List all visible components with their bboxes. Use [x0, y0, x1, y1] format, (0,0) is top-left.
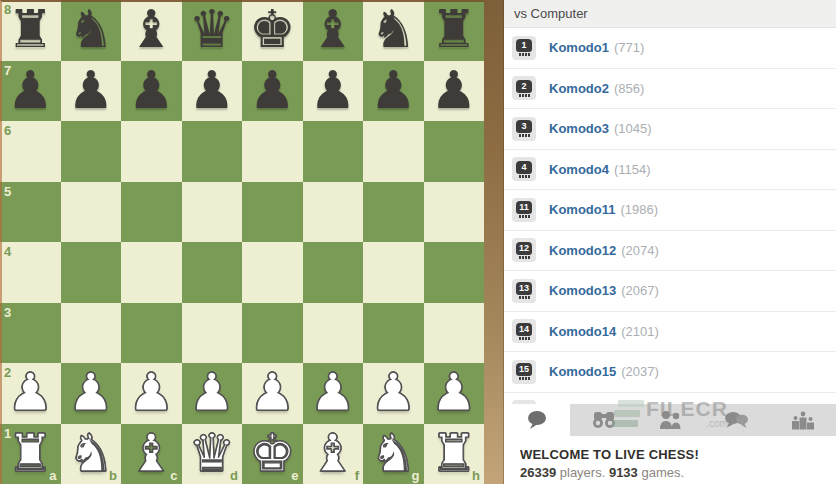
square-g4[interactable] [363, 242, 424, 303]
engine-chip-icon: 11 [512, 198, 536, 222]
square-b1[interactable]: b♞ [61, 424, 122, 484]
square-h6[interactable] [424, 121, 485, 182]
square-a5[interactable]: 5 [0, 182, 61, 243]
panel-title: vs Computer [514, 6, 588, 21]
white-pawn-g2: ♟ [370, 366, 417, 418]
black-rook-a8: ♜ [7, 3, 54, 55]
white-bishop-c1: ♝ [128, 427, 175, 479]
vs-computer-panel: vs Computer 1Komodo1(771)2Komodo2(856)3K… [504, 0, 836, 484]
square-a3[interactable]: 3 [0, 303, 61, 364]
engine-rating: (2067) [621, 283, 659, 298]
square-c2[interactable]: ♟ [121, 363, 182, 424]
rank-label-5: 5 [4, 185, 11, 198]
welcome-message: WELCOME TO LIVE CHESS! 26339 players. 91… [504, 436, 836, 480]
white-pawn-a2: ♟ [7, 366, 54, 418]
square-a2[interactable]: 2♟ [0, 363, 61, 424]
chess-board-area: 8♜♞♝♛♚♝♞♜7♟♟♟♟♟♟♟♟65432♟♟♟♟♟♟♟♟1a♜b♞c♝d♛… [0, 0, 484, 484]
black-pawn-a7: ♟ [7, 64, 54, 116]
white-rook-h1: ♜ [430, 427, 477, 479]
engine-row-Komodo3[interactable]: 3Komodo3(1045) [504, 109, 836, 150]
square-f7[interactable]: ♟ [303, 61, 364, 122]
black-pawn-h7: ♟ [430, 64, 477, 116]
black-king-e8: ♚ [249, 3, 296, 55]
black-knight-g8: ♞ [370, 3, 417, 55]
square-h4[interactable] [424, 242, 485, 303]
square-a7[interactable]: 7♟ [0, 61, 61, 122]
square-g8[interactable]: ♞ [363, 0, 424, 61]
rank-label-3: 3 [4, 306, 11, 319]
square-d3[interactable] [182, 303, 243, 364]
binoculars-icon [591, 410, 617, 430]
engine-name[interactable]: Komodo15 [549, 364, 616, 379]
square-c1[interactable]: c♝ [121, 424, 182, 484]
square-b4[interactable] [61, 242, 122, 303]
square-f6[interactable] [303, 121, 364, 182]
engine-row-Komodo2[interactable]: 2Komodo2(856) [504, 69, 836, 110]
square-a6[interactable]: 6 [0, 121, 61, 182]
engine-chip-icon: 13 [512, 279, 536, 303]
square-h8[interactable]: ♜ [424, 0, 485, 61]
square-c7[interactable]: ♟ [121, 61, 182, 122]
white-rook-a1: ♜ [7, 427, 54, 479]
black-queen-d8: ♛ [188, 3, 235, 55]
square-d8[interactable]: ♛ [182, 0, 243, 61]
square-h3[interactable] [424, 303, 485, 364]
square-e4[interactable] [242, 242, 303, 303]
black-pawn-b7: ♟ [67, 64, 114, 116]
chat-multi-icon [723, 410, 749, 430]
square-g6[interactable] [363, 121, 424, 182]
white-pawn-c2: ♟ [128, 366, 175, 418]
engine-row-Komodo13[interactable]: 13Komodo13(2067) [504, 271, 836, 312]
engine-row-Komodo14[interactable]: 14Komodo14(2101) [504, 312, 836, 353]
engine-name[interactable]: Komodo13 [549, 283, 616, 298]
black-pawn-c7: ♟ [128, 64, 175, 116]
square-a4[interactable]: 4 [0, 242, 61, 303]
square-c8[interactable]: ♝ [121, 0, 182, 61]
engine-rating: (1045) [614, 121, 652, 136]
square-h7[interactable]: ♟ [424, 61, 485, 122]
panel-header: vs Computer [504, 0, 836, 28]
black-bishop-f8: ♝ [309, 3, 356, 55]
tab-players[interactable] [637, 404, 703, 436]
square-f3[interactable] [303, 303, 364, 364]
tab-bar [504, 404, 836, 436]
black-bishop-c8: ♝ [128, 3, 175, 55]
square-f8[interactable]: ♝ [303, 0, 364, 61]
rank-label-4: 4 [4, 245, 11, 258]
white-pawn-e2: ♟ [249, 366, 296, 418]
engine-rating: (771) [614, 40, 644, 55]
engine-row-Komodo12[interactable]: 12Komodo12(2074) [504, 231, 836, 272]
engine-chip-icon: 3 [512, 117, 536, 141]
engine-rating: (856) [614, 81, 644, 96]
black-knight-b8: ♞ [67, 3, 114, 55]
square-d7[interactable]: ♟ [182, 61, 243, 122]
square-d1[interactable]: d♛ [182, 424, 243, 484]
square-e6[interactable] [242, 121, 303, 182]
engine-name[interactable]: Komodo11 [549, 202, 615, 217]
black-pawn-d7: ♟ [188, 64, 235, 116]
tab-chat[interactable] [504, 404, 570, 436]
square-e3[interactable] [242, 303, 303, 364]
square-c6[interactable] [121, 121, 182, 182]
rank-label-6: 6 [4, 124, 11, 137]
square-g1[interactable]: g♞ [363, 424, 424, 484]
welcome-stats: 26339 players. 9133 games. [520, 465, 836, 480]
square-b6[interactable] [61, 121, 122, 182]
white-bishop-f1: ♝ [309, 427, 356, 479]
players-icon [657, 410, 683, 430]
engine-chip-icon: 1 [512, 36, 536, 60]
square-b2[interactable]: ♟ [61, 363, 122, 424]
square-f5[interactable] [303, 182, 364, 243]
white-pawn-b2: ♟ [67, 366, 114, 418]
engine-rating: (2037) [621, 364, 659, 379]
square-h5[interactable] [424, 182, 485, 243]
square-c3[interactable] [121, 303, 182, 364]
chat-bubble-icon [525, 409, 549, 431]
square-d5[interactable] [182, 182, 243, 243]
players-count: 26339 [520, 465, 556, 480]
engine-row-Komodo1[interactable]: 1Komodo1(771) [504, 28, 836, 69]
tab-chats[interactable] [703, 404, 769, 436]
square-g2[interactable]: ♟ [363, 363, 424, 424]
square-b8[interactable]: ♞ [61, 0, 122, 61]
black-pawn-f7: ♟ [309, 64, 356, 116]
wood-divider [484, 0, 504, 484]
square-h1[interactable]: h♜ [424, 424, 485, 484]
engine-name[interactable]: Komodo2 [549, 81, 609, 96]
engine-name[interactable]: Komodo12 [549, 243, 616, 258]
square-f1[interactable]: f♝ [303, 424, 364, 484]
square-e8[interactable]: ♚ [242, 0, 303, 61]
square-f2[interactable]: ♟ [303, 363, 364, 424]
square-a1[interactable]: 1a♜ [0, 424, 61, 484]
live-chess-app: 8♜♞♝♛♚♝♞♜7♟♟♟♟♟♟♟♟65432♟♟♟♟♟♟♟♟1a♜b♞c♝d♛… [0, 0, 836, 484]
games-label: games. [638, 465, 684, 480]
square-g3[interactable] [363, 303, 424, 364]
black-pawn-g7: ♟ [370, 64, 417, 116]
engine-name[interactable]: Komodo1 [549, 40, 609, 55]
square-c4[interactable] [121, 242, 182, 303]
white-king-e1: ♚ [249, 427, 296, 479]
square-e2[interactable]: ♟ [242, 363, 303, 424]
square-d6[interactable] [182, 121, 243, 182]
engine-rating: (2074) [621, 243, 659, 258]
white-pawn-f2: ♟ [309, 366, 356, 418]
square-c5[interactable] [121, 182, 182, 243]
engine-name[interactable]: Komodo4 [549, 162, 609, 177]
engine-row-Komodo15[interactable]: 15Komodo15(2037) [504, 352, 836, 393]
white-pawn-h2: ♟ [430, 366, 477, 418]
square-b7[interactable]: ♟ [61, 61, 122, 122]
tab-observe[interactable] [570, 404, 636, 436]
square-e1[interactable]: e♚ [242, 424, 303, 484]
square-e7[interactable]: ♟ [242, 61, 303, 122]
leaderboard-icon [791, 410, 815, 430]
engine-chip-icon: 2 [512, 76, 536, 100]
engine-chip-icon: 4 [512, 157, 536, 181]
white-pawn-d2: ♟ [188, 366, 235, 418]
engine-row-Komodo4[interactable]: 4Komodo4(1154) [504, 150, 836, 191]
engine-name[interactable]: Komodo14 [549, 324, 616, 339]
square-b5[interactable] [61, 182, 122, 243]
tab-leaderboard[interactable] [770, 404, 836, 436]
square-d2[interactable]: ♟ [182, 363, 243, 424]
white-knight-b1: ♞ [67, 427, 114, 479]
square-g7[interactable]: ♟ [363, 61, 424, 122]
games-count: 9133 [609, 465, 638, 480]
players-label: players. [556, 465, 609, 480]
engine-chip-icon: 14 [512, 319, 536, 343]
chess-board: 8♜♞♝♛♚♝♞♜7♟♟♟♟♟♟♟♟65432♟♟♟♟♟♟♟♟1a♜b♞c♝d♛… [0, 0, 484, 484]
square-h2[interactable]: ♟ [424, 363, 485, 424]
engine-rating: (1986) [620, 202, 658, 217]
white-queen-d1: ♛ [188, 427, 235, 479]
engine-row-Komodo11[interactable]: 11Komodo11(1986) [504, 190, 836, 231]
square-e5[interactable] [242, 182, 303, 243]
black-pawn-e7: ♟ [249, 64, 296, 116]
square-f4[interactable] [303, 242, 364, 303]
engine-chip-icon: 15 [512, 360, 536, 384]
white-knight-g1: ♞ [370, 427, 417, 479]
square-d4[interactable] [182, 242, 243, 303]
panel-bottom: WELCOME TO LIVE CHESS! 26339 players. 91… [504, 404, 836, 484]
engine-name[interactable]: Komodo3 [549, 121, 609, 136]
square-a8[interactable]: 8♜ [0, 0, 61, 61]
square-b3[interactable] [61, 303, 122, 364]
engine-rating: (1154) [614, 162, 651, 177]
square-g5[interactable] [363, 182, 424, 243]
engine-chip-icon: 12 [512, 238, 536, 262]
engine-rating: (2101) [621, 324, 659, 339]
black-rook-h8: ♜ [430, 3, 477, 55]
welcome-title: WELCOME TO LIVE CHESS! [520, 447, 836, 462]
